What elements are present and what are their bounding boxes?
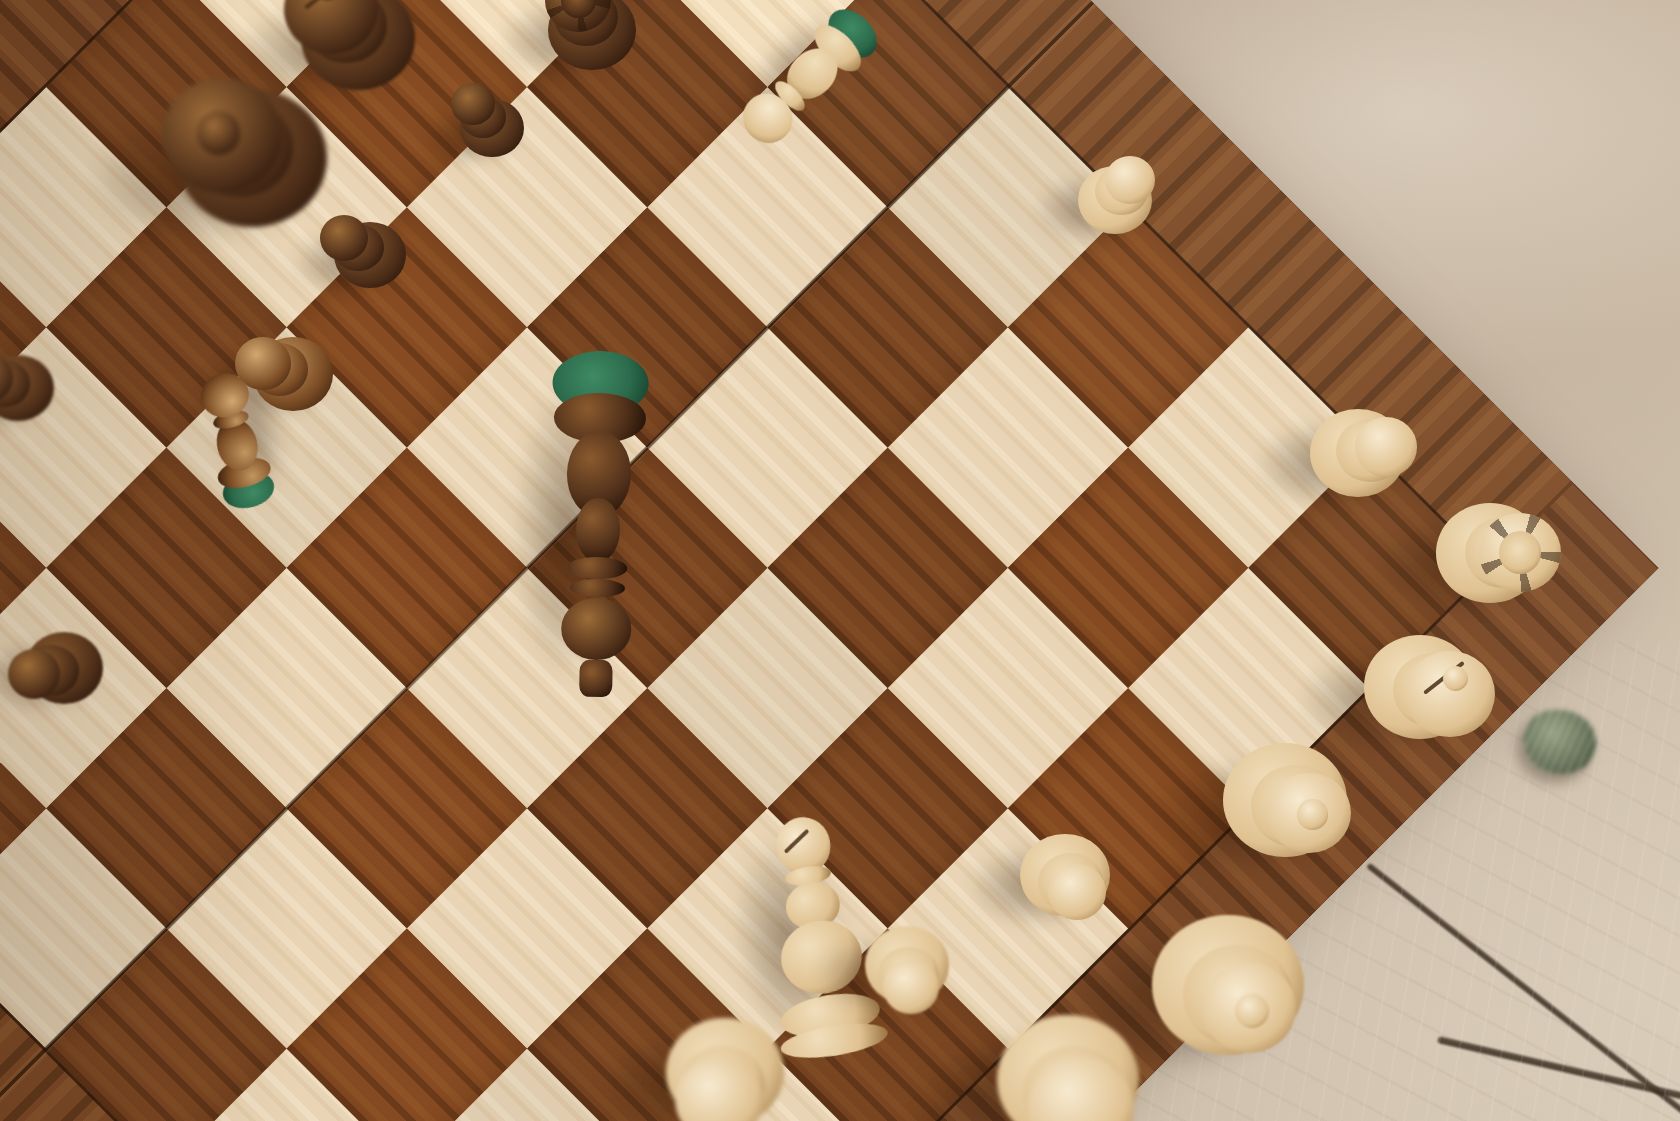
piece-head <box>1105 156 1155 204</box>
white-pawn-piece[interactable] <box>583 930 866 1121</box>
piece-bulge <box>561 598 632 661</box>
scene <box>0 0 1680 1121</box>
piece-ring <box>569 578 624 597</box>
piece-head <box>451 83 495 125</box>
black-pawn-piece[interactable] <box>0 574 158 761</box>
piece-head <box>8 649 60 699</box>
white-pawn-piece[interactable] <box>898 910 1239 1121</box>
crown-nub <box>1235 994 1269 1028</box>
black-pawn-piece[interactable] <box>0 302 104 475</box>
pieces-layer <box>0 0 1680 1121</box>
white-pawn-piece[interactable] <box>733 3 883 153</box>
piece-cross <box>579 659 613 697</box>
crown-nub <box>197 111 240 154</box>
black-king-piece[interactable] <box>540 364 656 696</box>
piece-head <box>320 215 368 261</box>
white-pawn-piece[interactable] <box>1026 111 1204 289</box>
